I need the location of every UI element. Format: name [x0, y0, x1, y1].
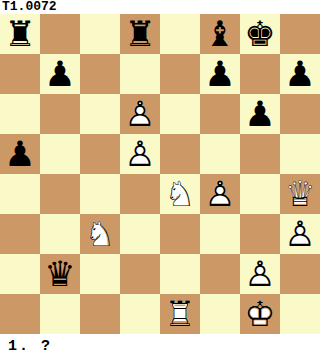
square-h7[interactable]: ♟	[280, 54, 320, 94]
piece-black-rook[interactable]: ♜	[120, 14, 160, 54]
square-g5[interactable]	[240, 134, 280, 174]
chess-puzzle-app: T1.0072 ♜♜♝♚♟♟♟♟♙♟♟♟♙♞♘♟♙♛♕♞♘♟♙♛♟♙♜♖♚♔ 1…	[0, 0, 320, 360]
square-f6[interactable]	[200, 94, 240, 134]
piece-outline: ♙	[240, 254, 280, 294]
square-g6[interactable]: ♟	[240, 94, 280, 134]
piece-white-king[interactable]: ♚♔	[240, 294, 280, 334]
square-f4[interactable]: ♟♙	[200, 174, 240, 214]
square-d7[interactable]	[120, 54, 160, 94]
piece-black-queen[interactable]: ♛	[40, 254, 80, 294]
piece-black-pawn[interactable]: ♟	[40, 54, 80, 94]
square-b5[interactable]	[40, 134, 80, 174]
square-f8[interactable]: ♝	[200, 14, 240, 54]
square-g8[interactable]: ♚	[240, 14, 280, 54]
piece-outline: ♘	[160, 174, 200, 214]
square-d3[interactable]	[120, 214, 160, 254]
square-c1[interactable]	[80, 294, 120, 334]
piece-white-pawn[interactable]: ♟♙	[240, 254, 280, 294]
square-h8[interactable]	[280, 14, 320, 54]
square-g2[interactable]: ♟♙	[240, 254, 280, 294]
square-d4[interactable]	[120, 174, 160, 214]
square-c7[interactable]	[80, 54, 120, 94]
piece-black-king[interactable]: ♚	[240, 14, 280, 54]
square-h2[interactable]	[280, 254, 320, 294]
square-a1[interactable]	[0, 294, 40, 334]
square-a5[interactable]: ♟	[0, 134, 40, 174]
square-e5[interactable]	[160, 134, 200, 174]
square-c6[interactable]	[80, 94, 120, 134]
piece-outline: ♙	[120, 94, 160, 134]
square-g4[interactable]	[240, 174, 280, 214]
piece-black-pawn[interactable]: ♟	[280, 54, 320, 94]
square-b1[interactable]	[40, 294, 80, 334]
piece-black-pawn[interactable]: ♟	[240, 94, 280, 134]
square-a6[interactable]	[0, 94, 40, 134]
square-h1[interactable]	[280, 294, 320, 334]
puzzle-title: T1.0072	[0, 0, 320, 14]
square-g7[interactable]	[240, 54, 280, 94]
square-e1[interactable]: ♜♖	[160, 294, 200, 334]
square-f1[interactable]	[200, 294, 240, 334]
square-f5[interactable]	[200, 134, 240, 174]
piece-outline: ♕	[280, 174, 320, 214]
piece-outline: ♖	[160, 294, 200, 334]
square-e4[interactable]: ♞♘	[160, 174, 200, 214]
piece-white-pawn[interactable]: ♟♙	[280, 214, 320, 254]
piece-black-rook[interactable]: ♜	[0, 14, 40, 54]
piece-outline: ♙	[280, 214, 320, 254]
square-e3[interactable]	[160, 214, 200, 254]
square-d1[interactable]	[120, 294, 160, 334]
square-b7[interactable]: ♟	[40, 54, 80, 94]
piece-outline: ♔	[240, 294, 280, 334]
piece-white-knight[interactable]: ♞♘	[80, 214, 120, 254]
square-g3[interactable]	[240, 214, 280, 254]
square-h5[interactable]	[280, 134, 320, 174]
square-a4[interactable]	[0, 174, 40, 214]
square-c2[interactable]	[80, 254, 120, 294]
square-d2[interactable]	[120, 254, 160, 294]
piece-black-pawn[interactable]: ♟	[200, 54, 240, 94]
square-d6[interactable]: ♟♙	[120, 94, 160, 134]
square-c3[interactable]: ♞♘	[80, 214, 120, 254]
square-a7[interactable]	[0, 54, 40, 94]
piece-white-rook[interactable]: ♜♖	[160, 294, 200, 334]
piece-white-knight[interactable]: ♞♘	[160, 174, 200, 214]
square-e7[interactable]	[160, 54, 200, 94]
piece-outline: ♘	[80, 214, 120, 254]
piece-outline: ♙	[200, 174, 240, 214]
square-g1[interactable]: ♚♔	[240, 294, 280, 334]
square-b6[interactable]	[40, 94, 80, 134]
square-a3[interactable]	[0, 214, 40, 254]
square-e6[interactable]	[160, 94, 200, 134]
square-h3[interactable]: ♟♙	[280, 214, 320, 254]
square-b2[interactable]: ♛	[40, 254, 80, 294]
piece-black-pawn[interactable]: ♟	[0, 134, 40, 174]
square-e8[interactable]	[160, 14, 200, 54]
square-f7[interactable]: ♟	[200, 54, 240, 94]
square-e2[interactable]	[160, 254, 200, 294]
square-b3[interactable]	[40, 214, 80, 254]
chess-board: ♜♜♝♚♟♟♟♟♙♟♟♟♙♞♘♟♙♛♕♞♘♟♙♛♟♙♜♖♚♔	[0, 14, 320, 334]
square-a8[interactable]: ♜	[0, 14, 40, 54]
piece-white-pawn[interactable]: ♟♙	[120, 134, 160, 174]
square-c4[interactable]	[80, 174, 120, 214]
square-d5[interactable]: ♟♙	[120, 134, 160, 174]
square-b8[interactable]	[40, 14, 80, 54]
piece-white-pawn[interactable]: ♟♙	[120, 94, 160, 134]
square-d8[interactable]: ♜	[120, 14, 160, 54]
square-c8[interactable]	[80, 14, 120, 54]
piece-white-queen[interactable]: ♛♕	[280, 174, 320, 214]
square-h4[interactable]: ♛♕	[280, 174, 320, 214]
piece-white-pawn[interactable]: ♟♙	[200, 174, 240, 214]
piece-outline: ♙	[120, 134, 160, 174]
move-prompt: 1. ?	[0, 334, 320, 360]
square-f3[interactable]	[200, 214, 240, 254]
piece-black-bishop[interactable]: ♝	[200, 14, 240, 54]
square-b4[interactable]	[40, 174, 80, 214]
square-a2[interactable]	[0, 254, 40, 294]
square-c5[interactable]	[80, 134, 120, 174]
square-f2[interactable]	[200, 254, 240, 294]
square-h6[interactable]	[280, 94, 320, 134]
